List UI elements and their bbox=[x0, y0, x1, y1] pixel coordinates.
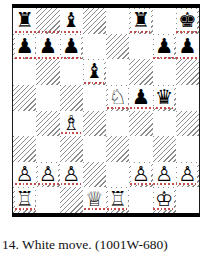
square-f4 bbox=[129, 111, 152, 137]
square-a5 bbox=[13, 85, 36, 111]
square-b6 bbox=[36, 59, 59, 85]
red-squiggle-underline bbox=[153, 57, 196, 59]
square-a4 bbox=[13, 111, 36, 137]
black-king-icon-h8: ♚ bbox=[177, 9, 197, 31]
square-a7: ♟ bbox=[13, 34, 36, 60]
black-queen-icon-g5: ♛ bbox=[154, 86, 174, 108]
red-squiggle-underline bbox=[130, 183, 196, 185]
red-squiggle-underline bbox=[84, 208, 127, 210]
square-c3 bbox=[60, 136, 83, 162]
red-squiggle-underline bbox=[84, 82, 104, 84]
square-e8 bbox=[106, 8, 129, 34]
square-h7: ♟ bbox=[176, 34, 199, 60]
square-e7 bbox=[106, 34, 129, 60]
black-rook-icon-a8: ♜ bbox=[15, 9, 35, 31]
square-g4 bbox=[153, 111, 176, 137]
diagram-caption: 14. White move. (1001W-680) bbox=[2, 237, 204, 253]
white-pawn-icon-a2: ♙ bbox=[15, 163, 35, 185]
square-h1 bbox=[176, 187, 199, 213]
square-f7 bbox=[129, 34, 152, 60]
white-pawn-icon-h2: ♙ bbox=[177, 163, 197, 185]
square-f8: ♜ bbox=[129, 8, 152, 34]
square-c6 bbox=[60, 59, 83, 85]
square-h5 bbox=[176, 85, 199, 111]
white-bishop-icon-c4: ♗ bbox=[61, 112, 81, 134]
square-d8 bbox=[83, 8, 106, 34]
square-e2 bbox=[106, 162, 129, 188]
square-b3 bbox=[36, 136, 59, 162]
square-g3 bbox=[153, 136, 176, 162]
red-squiggle-underline bbox=[107, 107, 173, 109]
square-g6 bbox=[153, 59, 176, 85]
square-f6 bbox=[129, 59, 152, 85]
square-c5 bbox=[60, 85, 83, 111]
square-a3 bbox=[13, 136, 36, 162]
square-h6 bbox=[176, 59, 199, 85]
square-d2 bbox=[83, 162, 106, 188]
square-e6 bbox=[106, 59, 129, 85]
chess-board: ♜♝♜♚♟♟♟♟♟♝♘♟♛♗♙♙♙♙♙♙♖♕♖♔ bbox=[12, 8, 200, 213]
black-pawn-icon-c7: ♟ bbox=[61, 35, 81, 57]
black-bishop-icon-d6: ♝ bbox=[84, 60, 104, 82]
red-squiggle-underline bbox=[15, 183, 81, 185]
square-a6 bbox=[13, 59, 36, 85]
red-squiggle-underline bbox=[61, 132, 81, 134]
white-pawn-icon-f2: ♙ bbox=[131, 163, 151, 185]
square-f3 bbox=[129, 136, 152, 162]
square-c8: ♝ bbox=[60, 8, 83, 34]
square-c1 bbox=[60, 187, 83, 213]
red-squiggle-underline bbox=[15, 57, 81, 59]
white-pawn-icon-b2: ♙ bbox=[38, 163, 58, 185]
square-d4 bbox=[83, 111, 106, 137]
square-h8: ♚ bbox=[176, 8, 199, 34]
square-d7 bbox=[83, 34, 106, 60]
square-g8 bbox=[153, 8, 176, 34]
white-pawn-icon-g2: ♙ bbox=[154, 163, 174, 185]
square-c7: ♟ bbox=[60, 34, 83, 60]
red-squiggle-underline bbox=[15, 31, 81, 33]
white-knight-icon-e5: ♘ bbox=[108, 86, 128, 108]
red-squiggle-underline bbox=[176, 31, 196, 33]
black-pawn-icon-h7: ♟ bbox=[177, 35, 197, 57]
black-rook-icon-f8: ♜ bbox=[131, 9, 151, 31]
square-e3 bbox=[106, 136, 129, 162]
red-squiggle-underline bbox=[153, 208, 173, 210]
square-a8: ♜ bbox=[13, 8, 36, 34]
black-pawn-icon-a7: ♟ bbox=[15, 35, 35, 57]
black-pawn-icon-f5: ♟ bbox=[131, 86, 151, 108]
square-b5 bbox=[36, 85, 59, 111]
square-h4 bbox=[176, 111, 199, 137]
square-f1 bbox=[129, 187, 152, 213]
red-squiggle-underline bbox=[130, 31, 150, 33]
black-bishop-icon-c8: ♝ bbox=[61, 9, 81, 31]
black-pawn-icon-b7: ♟ bbox=[38, 35, 58, 57]
red-squiggle-underline bbox=[15, 208, 35, 210]
square-b8 bbox=[36, 8, 59, 34]
square-b1 bbox=[36, 187, 59, 213]
white-pawn-icon-c2: ♙ bbox=[61, 163, 81, 185]
black-pawn-icon-g7: ♟ bbox=[154, 35, 174, 57]
square-e4 bbox=[106, 111, 129, 137]
square-b7: ♟ bbox=[36, 34, 59, 60]
square-g7: ♟ bbox=[153, 34, 176, 60]
square-d5 bbox=[83, 85, 106, 111]
square-d3 bbox=[83, 136, 106, 162]
square-h3 bbox=[176, 136, 199, 162]
chess-diagram: ♜♝♜♚♟♟♟♟♟♝♘♟♛♗♙♙♙♙♙♙♖♕♖♔ bbox=[12, 4, 200, 217]
board-bottom-border bbox=[12, 213, 200, 217]
square-b4 bbox=[36, 111, 59, 137]
